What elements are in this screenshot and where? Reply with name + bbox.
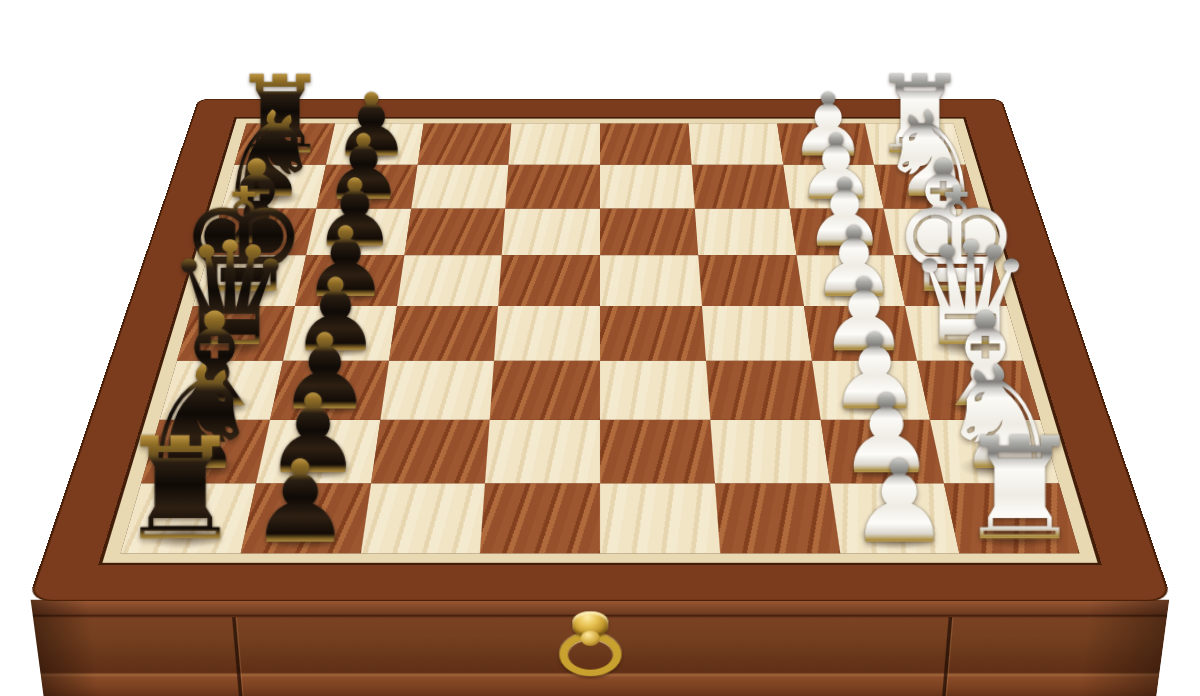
square-a8[interactable]: ♜ xyxy=(121,484,256,554)
handle-ring-icon xyxy=(559,633,622,677)
square-b4[interactable] xyxy=(600,420,715,484)
square-d4[interactable] xyxy=(600,306,706,361)
board-inner-border: ♜♟♟♜♞♟♟♞♝♟♟♝♚♟♟♚♛♟♟♛♝♟♟♝♞♟♟♞♜♟♟♜ xyxy=(102,119,1097,563)
board-grid: ♜♟♟♜♞♟♟♞♝♟♟♝♚♟♟♚♛♟♟♛♝♟♟♝♞♟♟♞♜♟♟♜ xyxy=(121,124,1080,554)
drawer-seam-right xyxy=(940,617,952,696)
chess-set-photo: ♜♟♟♜♞♟♟♞♝♟♟♝♚♟♟♚♛♟♟♛♝♟♟♝♞♟♟♞♜♟♟♜ xyxy=(0,0,1200,696)
square-e4[interactable] xyxy=(600,255,702,306)
drawer-seam-left xyxy=(233,617,245,696)
chess-box: ♜♟♟♜♞♟♟♞♝♟♟♝♚♟♟♚♛♟♟♛♝♟♟♝♞♟♟♞♜♟♟♜ xyxy=(31,100,1170,600)
square-h5[interactable] xyxy=(509,124,600,165)
box-front xyxy=(31,600,1170,696)
square-a4[interactable] xyxy=(600,484,720,554)
square-g5[interactable] xyxy=(505,165,600,209)
square-c4[interactable] xyxy=(600,361,710,420)
square-f5[interactable] xyxy=(502,208,600,255)
square-f4[interactable] xyxy=(600,208,698,255)
square-h4[interactable] xyxy=(600,124,691,165)
square-a5[interactable] xyxy=(480,484,600,554)
square-e5[interactable] xyxy=(498,255,600,306)
drawer-handle[interactable] xyxy=(554,611,626,676)
handle-knob-icon xyxy=(572,611,608,636)
white-rook[interactable]: ♜ xyxy=(882,425,1158,555)
square-a1[interactable]: ♜ xyxy=(944,484,1079,554)
square-c5[interactable] xyxy=(490,361,600,420)
board-frame: ♜♟♟♜♞♟♟♞♝♟♟♝♚♟♟♚♛♟♟♛♝♟♟♝♞♟♟♞♜♟♟♜ xyxy=(31,100,1170,600)
square-g4[interactable] xyxy=(600,165,695,209)
square-d5[interactable] xyxy=(494,306,600,361)
square-b5[interactable] xyxy=(485,420,600,484)
black-rook[interactable]: ♜ xyxy=(42,425,318,555)
